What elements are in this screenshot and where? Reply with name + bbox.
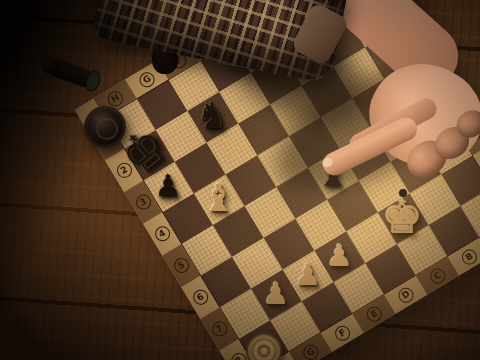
- coord-label-C: C: [427, 265, 448, 286]
- piece-white-pawn-f7[interactable]: ♟: [294, 260, 321, 290]
- piece-white-king-c7[interactable]: ♚: [381, 194, 422, 240]
- photo-scene: HGFEDCBA HGFEDCBA 12345678 12345678 ♚♟♟♟…: [0, 0, 480, 360]
- coord-label-G: G: [137, 69, 158, 90]
- coord-label-G: G: [300, 342, 321, 360]
- coord-label-D: D: [395, 284, 416, 305]
- captured-black-pawn-head: [42, 58, 58, 74]
- white-king-dark-finial: [399, 189, 407, 197]
- piece-white-pawn-g7[interactable]: ♟: [262, 279, 289, 309]
- captured-black-rook-standing[interactable]: [84, 106, 126, 148]
- piece-black-knight-f2[interactable]: ♞: [196, 98, 228, 134]
- coord-label-B: B: [459, 246, 480, 267]
- coord-label-5: 5: [171, 255, 192, 276]
- coord-label-E: E: [364, 304, 385, 325]
- coord-label-3: 3: [133, 192, 154, 213]
- coord-label-4: 4: [152, 224, 173, 245]
- coord-label-6: 6: [190, 287, 211, 308]
- coord-label-F: F: [332, 323, 353, 344]
- coord-label-7: 7: [209, 319, 230, 340]
- piece-white-pawn-e7[interactable]: ♟: [326, 241, 353, 271]
- piece-white-bishop-g4[interactable]: ♝: [201, 179, 235, 217]
